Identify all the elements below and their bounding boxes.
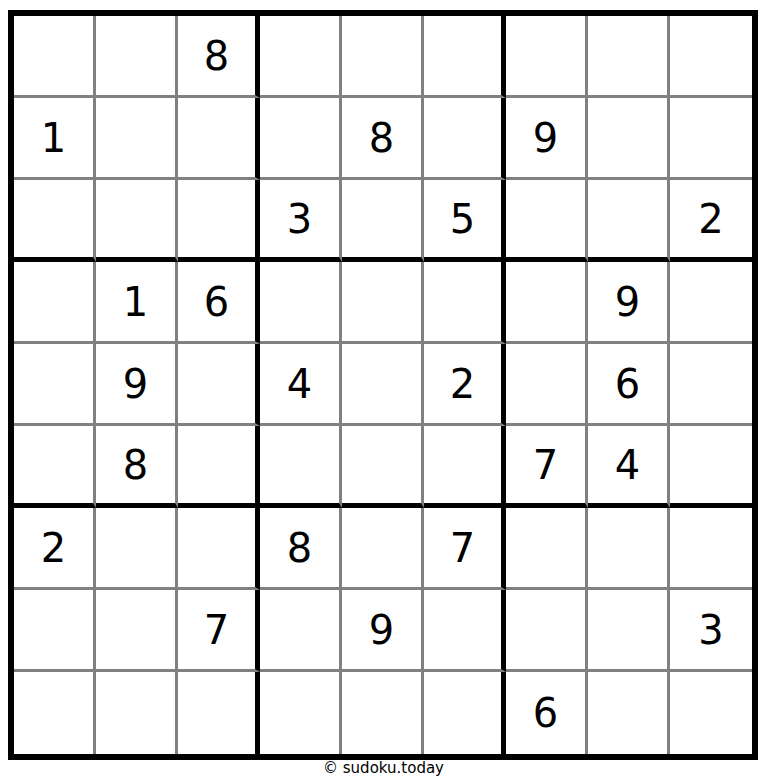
cell-r6c9[interactable]	[670, 426, 752, 508]
cell-r3c9[interactable]: 2	[670, 180, 752, 262]
cell-r1c1[interactable]	[14, 16, 96, 98]
cell-r9c5[interactable]	[342, 672, 424, 754]
cell-r6c4[interactable]	[260, 426, 342, 508]
cell-r2c6[interactable]	[424, 98, 506, 180]
sudoku-board: 818935216994268742877936	[8, 10, 758, 760]
cell-r5c8[interactable]: 6	[588, 344, 670, 426]
cell-r4c1[interactable]	[14, 262, 96, 344]
cell-r1c9[interactable]	[670, 16, 752, 98]
cell-r8c6[interactable]	[424, 590, 506, 672]
given-digit-r7c4: 8	[287, 528, 312, 568]
cell-r9c6[interactable]	[424, 672, 506, 754]
cell-r3c3[interactable]	[178, 180, 260, 262]
cell-r4c3[interactable]: 6	[178, 262, 260, 344]
given-digit-r3c9: 2	[698, 199, 723, 239]
given-digit-r3c6: 5	[450, 199, 475, 239]
given-digit-r4c3: 6	[204, 282, 229, 322]
cell-r4c2[interactable]: 1	[96, 262, 178, 344]
cell-r1c3[interactable]: 8	[178, 16, 260, 98]
given-digit-r7c6: 7	[450, 528, 475, 568]
cell-r6c6[interactable]	[424, 426, 506, 508]
cell-r8c4[interactable]	[260, 590, 342, 672]
cell-r5c2[interactable]: 9	[96, 344, 178, 426]
cell-r7c5[interactable]	[342, 508, 424, 590]
cell-r2c4[interactable]	[260, 98, 342, 180]
cell-r6c2[interactable]: 8	[96, 426, 178, 508]
cell-r7c3[interactable]	[178, 508, 260, 590]
cell-r7c6[interactable]: 7	[424, 508, 506, 590]
given-digit-r5c4: 4	[287, 364, 312, 404]
cell-r4c6[interactable]	[424, 262, 506, 344]
cell-r7c2[interactable]	[96, 508, 178, 590]
cell-r2c8[interactable]	[588, 98, 670, 180]
cell-r7c4[interactable]: 8	[260, 508, 342, 590]
given-digit-r6c2: 8	[123, 445, 148, 485]
cell-r4c9[interactable]	[670, 262, 752, 344]
cell-r5c5[interactable]	[342, 344, 424, 426]
copyright-text: © sudoku.today	[0, 759, 767, 777]
cell-r8c7[interactable]	[506, 590, 588, 672]
given-digit-r8c5: 9	[369, 610, 394, 650]
cell-r1c4[interactable]	[260, 16, 342, 98]
given-digit-r7c1: 2	[41, 528, 66, 568]
cell-r8c5[interactable]: 9	[342, 590, 424, 672]
cell-r7c1[interactable]: 2	[14, 508, 96, 590]
cell-r3c6[interactable]: 5	[424, 180, 506, 262]
cell-r9c3[interactable]	[178, 672, 260, 754]
given-digit-r9c7: 6	[533, 693, 558, 733]
cell-r6c7[interactable]: 7	[506, 426, 588, 508]
cell-r5c1[interactable]	[14, 344, 96, 426]
cell-r9c2[interactable]	[96, 672, 178, 754]
cell-r3c7[interactable]	[506, 180, 588, 262]
given-digit-r4c8: 9	[615, 282, 640, 322]
cell-r9c8[interactable]	[588, 672, 670, 754]
cell-r4c5[interactable]	[342, 262, 424, 344]
cell-r6c1[interactable]	[14, 426, 96, 508]
given-digit-r1c3: 8	[204, 36, 229, 76]
cell-r9c4[interactable]	[260, 672, 342, 754]
cell-r3c2[interactable]	[96, 180, 178, 262]
cell-r9c7[interactable]: 6	[506, 672, 588, 754]
cell-r7c8[interactable]	[588, 508, 670, 590]
cell-r3c1[interactable]	[14, 180, 96, 262]
cell-r2c9[interactable]	[670, 98, 752, 180]
cell-r8c1[interactable]	[14, 590, 96, 672]
cell-r6c5[interactable]	[342, 426, 424, 508]
cell-r5c4[interactable]: 4	[260, 344, 342, 426]
given-digit-r5c6: 2	[450, 364, 475, 404]
cell-r8c8[interactable]	[588, 590, 670, 672]
cell-r2c1[interactable]: 1	[14, 98, 96, 180]
cell-r5c9[interactable]	[670, 344, 752, 426]
cell-r9c1[interactable]	[14, 672, 96, 754]
cell-r3c4[interactable]: 3	[260, 180, 342, 262]
given-digit-r5c2: 9	[123, 364, 148, 404]
cell-r5c3[interactable]	[178, 344, 260, 426]
given-digit-r6c8: 4	[615, 445, 640, 485]
cell-r3c8[interactable]	[588, 180, 670, 262]
given-digit-r2c1: 1	[41, 118, 66, 158]
cell-r6c3[interactable]	[178, 426, 260, 508]
cell-r3c5[interactable]	[342, 180, 424, 262]
cell-r2c7[interactable]: 9	[506, 98, 588, 180]
given-digit-r6c7: 7	[533, 445, 558, 485]
cell-r8c9[interactable]: 3	[670, 590, 752, 672]
cell-r6c8[interactable]: 4	[588, 426, 670, 508]
cell-r2c2[interactable]	[96, 98, 178, 180]
given-digit-r2c7: 9	[533, 118, 558, 158]
cell-r1c7[interactable]	[506, 16, 588, 98]
cell-r4c4[interactable]	[260, 262, 342, 344]
cell-r9c9[interactable]	[670, 672, 752, 754]
cell-r5c6[interactable]: 2	[424, 344, 506, 426]
given-digit-r2c5: 8	[369, 118, 394, 158]
cell-r7c7[interactable]	[506, 508, 588, 590]
cell-r1c5[interactable]	[342, 16, 424, 98]
cell-r8c2[interactable]	[96, 590, 178, 672]
cell-r4c7[interactable]	[506, 262, 588, 344]
cell-r2c3[interactable]	[178, 98, 260, 180]
given-digit-r8c3: 7	[204, 610, 229, 650]
cell-r2c5[interactable]: 8	[342, 98, 424, 180]
cell-r1c8[interactable]	[588, 16, 670, 98]
cell-r4c8[interactable]: 9	[588, 262, 670, 344]
cell-r7c9[interactable]	[670, 508, 752, 590]
given-digit-r4c2: 1	[123, 282, 148, 322]
cell-r5c7[interactable]	[506, 344, 588, 426]
given-digit-r5c8: 6	[615, 364, 640, 404]
cell-r1c6[interactable]	[424, 16, 506, 98]
given-digit-r8c9: 3	[698, 610, 723, 650]
cell-r8c3[interactable]: 7	[178, 590, 260, 672]
cell-r1c2[interactable]	[96, 16, 178, 98]
given-digit-r3c4: 3	[287, 199, 312, 239]
